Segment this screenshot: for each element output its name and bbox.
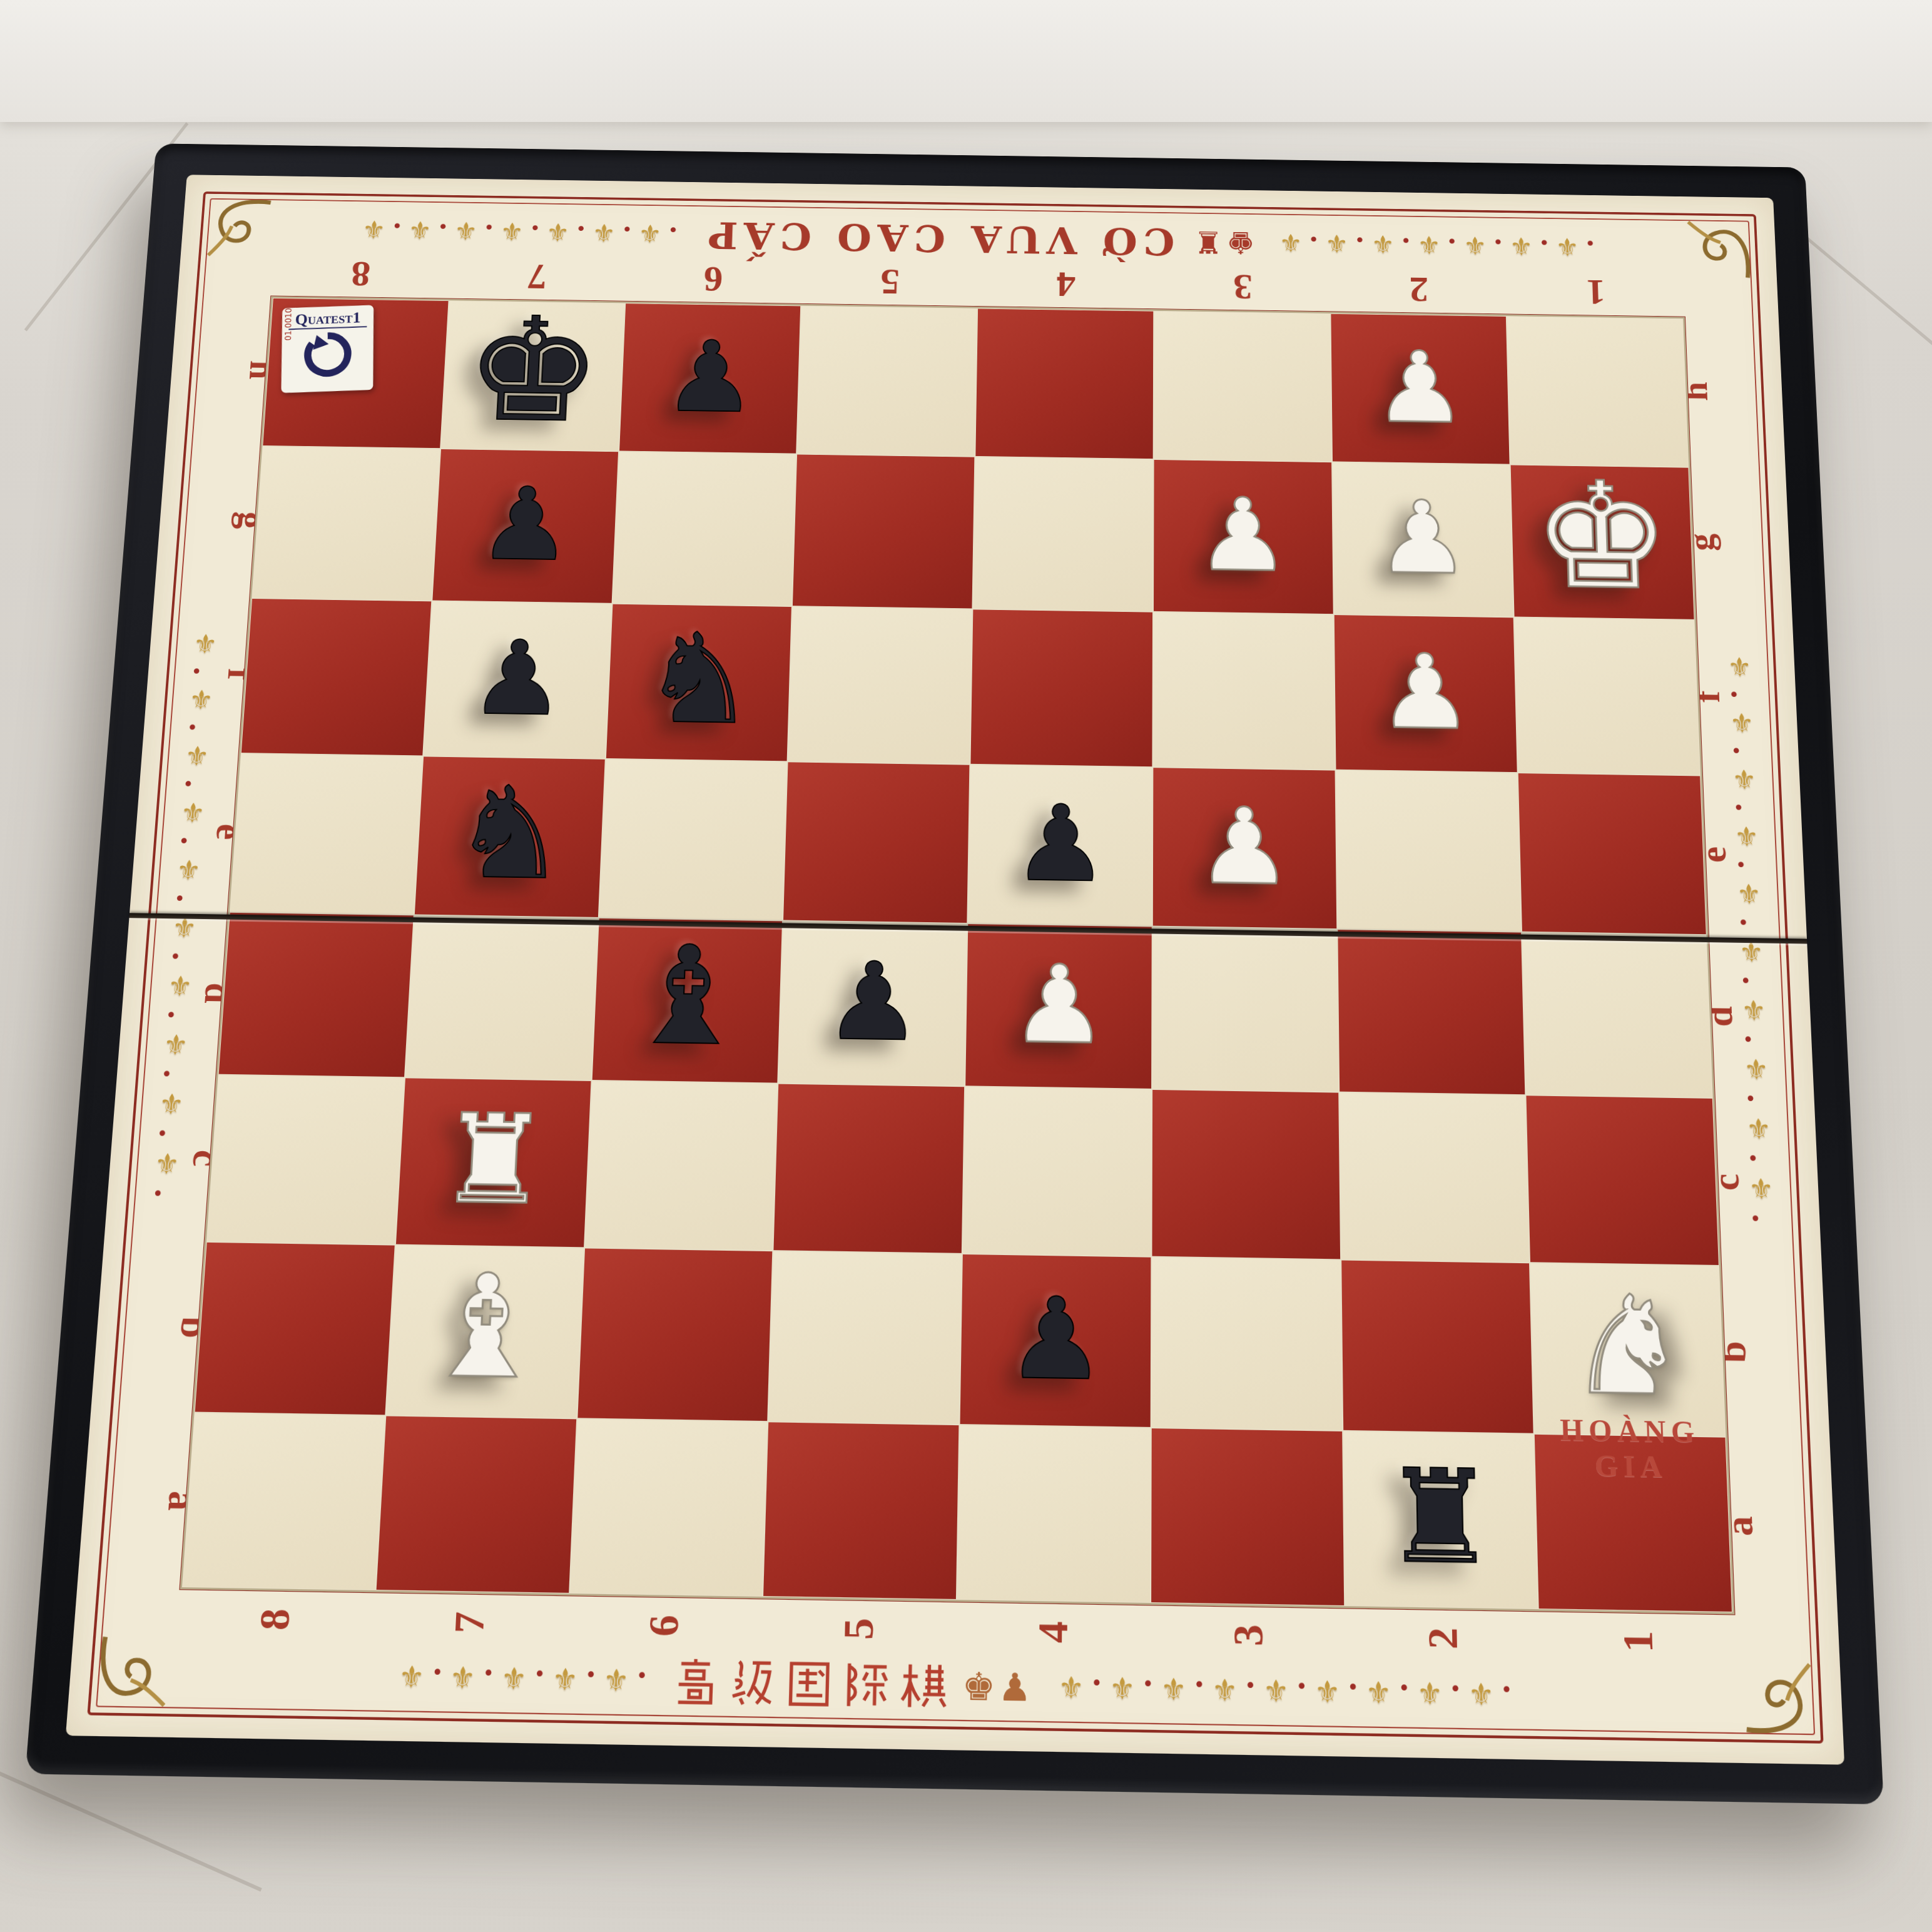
square-d2[interactable]	[1337, 929, 1526, 1095]
ornament-dot: •	[437, 219, 449, 243]
rank-label-6: 6	[624, 257, 802, 302]
fleur-de-lis-icon: ⚜	[546, 220, 571, 245]
quatest-sticker: Quatest101 0010	[282, 305, 374, 394]
black-pawn-d5[interactable]: ♟	[823, 948, 923, 1057]
corner-scroll-ornament	[201, 194, 277, 262]
square-d8[interactable]	[218, 912, 414, 1078]
ornament-dot: •	[1749, 1209, 1776, 1229]
ornament-dot: •	[182, 775, 208, 794]
square-g8[interactable]	[252, 446, 440, 601]
sticker-brand-text: Quatest1	[288, 308, 367, 330]
square-c4[interactable]	[962, 1087, 1152, 1257]
fleur-de-lis-icon: ⚜	[1417, 233, 1441, 258]
top-title-block: ♚♜ CỜ VUA CAO CẤP	[701, 213, 1255, 265]
square-h7[interactable]: ♚	[440, 300, 625, 451]
fleur-de-lis-icon: ⚜	[1509, 235, 1533, 260]
fleur-de-lis-icon: ⚜	[1325, 231, 1349, 257]
chinese-title-glyphs	[671, 1655, 948, 1712]
square-b1[interactable]: ♞	[1530, 1263, 1726, 1437]
white-pawn-e3[interactable]: ♟	[1196, 793, 1293, 900]
ornament-dot: •	[160, 1065, 186, 1084]
square-e7[interactable]: ♞	[414, 756, 606, 918]
square-g2[interactable]: ♟	[1332, 462, 1514, 617]
square-g3[interactable]: ♟	[1153, 459, 1333, 614]
black-knight-e7[interactable]: ♞	[449, 770, 571, 898]
square-h5[interactable]	[796, 305, 977, 457]
corner-scroll-ornament	[90, 1630, 176, 1714]
ornament-dot: •	[173, 890, 200, 908]
ornament-dot: •	[533, 1664, 546, 1695]
rank-label-3: 3	[1154, 264, 1331, 309]
ornament-dot: •	[169, 948, 195, 967]
fleur-de-lis-icon: ⚜	[1279, 231, 1303, 256]
square-a4[interactable]	[957, 1425, 1151, 1603]
fleur-de-lis-icon: ⚜	[1371, 232, 1395, 257]
black-knight-f6[interactable]: ♞	[639, 616, 759, 741]
fleur-de-lis-icon: ⚜	[1365, 1677, 1392, 1708]
square-h2[interactable]: ♟	[1330, 313, 1510, 465]
square-b4[interactable]: ♟	[959, 1253, 1151, 1427]
ornament-dot: •	[1538, 235, 1550, 259]
black-pawn-e4[interactable]: ♟	[1012, 791, 1109, 897]
square-c8[interactable]	[206, 1075, 405, 1244]
ornament-dot: •	[1091, 1673, 1102, 1704]
ornament-dot: •	[1398, 1678, 1411, 1709]
rank-label-4: 4	[977, 262, 1154, 307]
square-f7[interactable]: ♟	[423, 601, 612, 759]
square-g1[interactable]: ♚	[1510, 465, 1695, 620]
ornament-dot: •	[1347, 1677, 1359, 1708]
ornament-dot: •	[1585, 235, 1596, 260]
white-pawn-f2[interactable]: ♟	[1376, 640, 1473, 744]
white-pawn-h2[interactable]: ♟	[1372, 338, 1467, 438]
square-f3[interactable]	[1152, 611, 1335, 770]
board-margin: ⚜•⚜•⚜•⚜•⚜•⚜•⚜• ♚♜ CỜ VUA CAO CẤP ⚜•⚜•⚜•⚜…	[66, 175, 1844, 1764]
square-c7[interactable]: ♜	[395, 1078, 591, 1248]
square-e4[interactable]: ♟	[967, 765, 1152, 927]
square-d7[interactable]	[405, 915, 599, 1080]
brand-text-hoang-gia: HOÀNG GIA	[1534, 1412, 1727, 1486]
fleur-chain: ⚜•⚜•⚜•⚜•⚜•	[398, 1662, 649, 1696]
fleur-de-lis-icon: ⚜	[1463, 234, 1488, 259]
ornament-dot: •	[1355, 232, 1365, 257]
fleur-de-lis-icon: ⚜	[551, 1664, 579, 1695]
playing-grid: Quatest101 0010♚♟♟♟♟♟♚♟♞♟♞♟♟♝♟♟♜♝♟♞♜HOÀN…	[180, 296, 1735, 1614]
white-king-g1[interactable]: ♚	[1531, 462, 1674, 611]
board-title-vietnamese: CỜ VUA CAO CẤP	[701, 213, 1174, 263]
ornament-dot: •	[1193, 1675, 1205, 1706]
fleur-de-lis-icon: ⚜	[602, 1665, 630, 1696]
sticker-side-text: 01 0010	[283, 308, 293, 341]
black-pawn-f7[interactable]: ♟	[468, 626, 568, 730]
square-a5[interactable]	[763, 1421, 959, 1600]
rank-label-8: 8	[271, 252, 450, 297]
square-a2[interactable]: ♜	[1343, 1431, 1538, 1609]
square-d4[interactable]: ♟	[965, 923, 1152, 1089]
square-e3[interactable]: ♟	[1152, 767, 1337, 929]
square-g5[interactable]	[792, 454, 975, 609]
black-rook-a2[interactable]: ♜	[1383, 1452, 1498, 1583]
fleur-de-lis-icon: ⚜	[638, 221, 662, 247]
title-piece-icons: ♚♟	[962, 1664, 1034, 1709]
fleur-de-lis-icon: ⚜	[1109, 1674, 1136, 1704]
corner-scroll-ornament	[1682, 215, 1757, 283]
ornament-dot: •	[151, 1184, 178, 1204]
fleur-de-lis-icon: ⚜	[499, 220, 524, 245]
ornament-dot: •	[483, 220, 495, 244]
square-a6[interactable]	[569, 1418, 768, 1597]
ornament-dot: •	[1493, 234, 1504, 258]
white-bishop-b7[interactable]: ♝	[419, 1255, 552, 1400]
black-pawn-b4[interactable]: ♟	[1005, 1282, 1106, 1396]
square-e8[interactable]	[230, 753, 423, 915]
fleur-de-lis-icon: ⚜	[407, 218, 432, 243]
square-a3[interactable]	[1151, 1428, 1345, 1606]
fleur-de-lis-icon: ⚜	[1161, 1674, 1187, 1705]
ornament-dot: •	[1731, 742, 1756, 760]
fleur-de-lis-icon: ⚜	[1727, 654, 1752, 680]
square-b2[interactable]	[1341, 1259, 1534, 1434]
fleur-de-lis-icon: ⚜	[1743, 1055, 1769, 1084]
fleur-de-lis-icon: ⚜	[398, 1662, 425, 1692]
fleur-de-lis-icon: ⚜	[361, 218, 386, 243]
fleur-chain: ⚜•⚜•⚜•⚜•⚜•⚜•⚜•	[361, 218, 678, 247]
square-f1[interactable]	[1514, 617, 1701, 775]
ornament-dot: •	[1740, 972, 1766, 990]
fleur-de-lis-icon: ⚜	[1731, 766, 1757, 793]
sticker-logo-icon	[300, 328, 356, 382]
ornament-dot: •	[529, 220, 541, 245]
square-c1[interactable]	[1526, 1096, 1719, 1266]
square-c3[interactable]	[1151, 1089, 1340, 1259]
fleur-de-lis-icon: ⚜	[454, 219, 479, 244]
square-h6[interactable]: ♟	[619, 303, 801, 454]
ornament-dot: •	[391, 218, 403, 243]
square-b8[interactable]	[195, 1241, 395, 1415]
title-piece-icons: ♚♜	[1190, 225, 1255, 261]
square-h1[interactable]	[1507, 316, 1689, 467]
ornament-dot: •	[584, 1665, 597, 1696]
square-f5[interactable]	[788, 606, 973, 765]
rank-label-2: 2	[1331, 267, 1508, 312]
square-g6[interactable]	[612, 452, 796, 606]
fleur-de-lis-icon: ⚜	[592, 221, 616, 246]
fleur-de-lis-icon: ⚜	[158, 1090, 185, 1118]
square-a8[interactable]	[182, 1412, 385, 1590]
black-pawn-h6[interactable]: ♟	[662, 328, 758, 427]
square-e1[interactable]	[1518, 773, 1707, 935]
square-f4[interactable]	[970, 609, 1152, 767]
square-d3[interactable]	[1152, 927, 1339, 1092]
fleur-de-lis-icon: ⚜	[162, 1031, 189, 1059]
square-f8[interactable]	[241, 598, 432, 756]
square-a7[interactable]	[375, 1415, 577, 1594]
fleur-de-lis-icon: ⚜	[1468, 1679, 1495, 1710]
fleur-de-lis-icon: ⚜	[1746, 1115, 1772, 1143]
chess-board: ⚜•⚜•⚜•⚜•⚜•⚜•⚜• ♚♜ CỜ VUA CAO CẤP ⚜•⚜•⚜•⚜…	[25, 143, 1884, 1804]
fleur-chain: ⚜•⚜•⚜•⚜•⚜•⚜•⚜•	[1279, 231, 1596, 260]
rank-label-1: 1	[1507, 270, 1684, 315]
ornament-dot: •	[621, 221, 633, 246]
ornament-dot: •	[1446, 233, 1458, 258]
square-c6[interactable]	[584, 1080, 778, 1250]
fleur-de-lis-icon: ⚜	[500, 1664, 527, 1694]
square-g4[interactable]	[972, 457, 1153, 611]
square-h3[interactable]	[1153, 311, 1331, 462]
square-d1[interactable]	[1522, 932, 1713, 1099]
square-a1[interactable]: HOÀNG GIA	[1534, 1434, 1732, 1613]
square-b6[interactable]	[577, 1248, 773, 1421]
square-h4[interactable]	[975, 308, 1154, 460]
corner-scroll-ornament	[1737, 1657, 1821, 1741]
rank-label-5: 5	[801, 259, 978, 304]
ornament-dot: •	[1500, 1680, 1513, 1711]
ornament-dot: •	[1142, 1674, 1154, 1704]
square-e5[interactable]	[783, 761, 970, 923]
black-bishop-d6[interactable]: ♝	[623, 928, 751, 1065]
white-knight-b1[interactable]: ♞	[1565, 1277, 1690, 1415]
ornament-dot: •	[575, 221, 587, 245]
black-pawn-g7[interactable]: ♟	[476, 474, 575, 576]
fleur-de-lis-icon: ⚜	[192, 631, 218, 657]
square-f6[interactable]: ♞	[605, 603, 792, 761]
ornament-dot: •	[186, 719, 212, 737]
fleur-de-lis-icon: ⚜	[1314, 1677, 1340, 1707]
square-d6[interactable]: ♝	[591, 918, 783, 1084]
square-e6[interactable]	[598, 759, 787, 921]
square-c5[interactable]	[773, 1084, 965, 1254]
ornament-dot: •	[667, 222, 678, 247]
ornament-dot: •	[1744, 1090, 1770, 1109]
ornament-dot: •	[1737, 913, 1763, 932]
fleur-de-lis-icon: ⚜	[1555, 235, 1580, 260]
square-b5[interactable]	[768, 1251, 962, 1425]
background-wall	[0, 0, 1932, 122]
fleur-de-lis-icon: ⚜	[184, 743, 210, 770]
white-pawn-g3[interactable]: ♟	[1196, 485, 1290, 586]
square-e2[interactable]	[1335, 770, 1522, 932]
square-b3[interactable]	[1151, 1256, 1342, 1430]
square-h8[interactable]: Quatest101 0010	[262, 298, 449, 449]
photo-scene: ⚜•⚜•⚜•⚜•⚜•⚜•⚜• ♚♜ CỜ VUA CAO CẤP ⚜•⚜•⚜•⚜…	[0, 0, 1932, 1932]
black-king-h7[interactable]: ♚	[461, 298, 604, 443]
ornament-dot: •	[1733, 799, 1759, 818]
square-b7[interactable]: ♝	[385, 1244, 584, 1418]
square-d5[interactable]: ♟	[778, 920, 968, 1086]
white-rook-c7[interactable]: ♜	[435, 1098, 552, 1223]
fleur-de-lis-icon: ⚜	[1736, 880, 1762, 908]
fleur-de-lis-icon: ⚜	[175, 857, 202, 884]
ornament-dot: •	[1308, 231, 1319, 256]
white-pawn-g2[interactable]: ♟	[1375, 487, 1470, 589]
square-f2[interactable]: ♟	[1333, 614, 1518, 773]
ornament-dot: •	[1296, 1676, 1308, 1707]
square-g7[interactable]: ♟	[432, 449, 618, 603]
white-pawn-d4[interactable]: ♟	[1010, 950, 1108, 1059]
ornament-dot: •	[1400, 233, 1411, 257]
square-c2[interactable]	[1339, 1092, 1530, 1263]
